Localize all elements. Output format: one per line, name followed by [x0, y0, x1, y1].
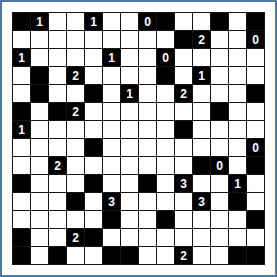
board-cell[interactable]: [67, 247, 84, 264]
board-cell[interactable]: [175, 49, 192, 66]
board-cell[interactable]: [49, 193, 66, 210]
board-cell[interactable]: [247, 49, 264, 66]
board-cell[interactable]: [139, 139, 156, 156]
board-cell[interactable]: [247, 229, 264, 246]
board-cell[interactable]: [157, 229, 174, 246]
board-cell[interactable]: [211, 139, 228, 156]
board-cell[interactable]: [229, 211, 246, 228]
wall-cell: [211, 13, 228, 30]
board-cell[interactable]: [49, 49, 66, 66]
board-cell[interactable]: [139, 229, 156, 246]
board-cell[interactable]: [175, 211, 192, 228]
board-cell[interactable]: [247, 67, 264, 84]
board-cell[interactable]: [211, 31, 228, 48]
wall-cell: [13, 175, 30, 192]
clue-number: 3: [108, 196, 115, 208]
board-cell[interactable]: [67, 157, 84, 174]
clue-cell: 0: [139, 13, 156, 30]
board-cell[interactable]: [211, 175, 228, 192]
board-cell[interactable]: [139, 103, 156, 120]
wall-cell: [193, 157, 210, 174]
wall-cell: [247, 13, 264, 30]
board-cell[interactable]: [157, 175, 174, 192]
board-cell[interactable]: [85, 49, 102, 66]
board-cell[interactable]: [31, 229, 48, 246]
clue-cell: 3: [103, 193, 120, 210]
board-cell[interactable]: [211, 211, 228, 228]
board-cell[interactable]: [229, 13, 246, 30]
board-cell[interactable]: [31, 247, 48, 264]
board-cell[interactable]: [247, 121, 264, 138]
wall-cell: [85, 139, 102, 156]
wall-cell: [49, 247, 66, 264]
board-cell[interactable]: [67, 13, 84, 30]
board-cell[interactable]: [229, 85, 246, 102]
board-cell[interactable]: [229, 103, 246, 120]
board-cell[interactable]: [67, 175, 84, 192]
wall-cell: [157, 211, 174, 228]
board-cell[interactable]: [103, 67, 120, 84]
wall-cell: [211, 103, 228, 120]
wall-cell: [157, 13, 174, 30]
wall-cell: [175, 31, 192, 48]
board-cell[interactable]: [193, 247, 210, 264]
board-cell[interactable]: [175, 139, 192, 156]
board-cell[interactable]: [103, 139, 120, 156]
board-cell[interactable]: [67, 121, 84, 138]
board-cell[interactable]: [31, 103, 48, 120]
board-cell[interactable]: [31, 211, 48, 228]
board-cell[interactable]: [139, 85, 156, 102]
board-cell[interactable]: [85, 121, 102, 138]
board-cell[interactable]: [49, 175, 66, 192]
board-cell[interactable]: [103, 85, 120, 102]
board-cell[interactable]: [121, 31, 138, 48]
board-cell[interactable]: [121, 13, 138, 30]
clue-cell: 0: [211, 157, 228, 174]
board-cell[interactable]: [193, 85, 210, 102]
board-cell[interactable]: [139, 193, 156, 210]
clue-number: 1: [36, 16, 43, 28]
clue-number: 1: [198, 70, 205, 82]
board-cell[interactable]: [103, 13, 120, 30]
clue-number: 0: [252, 34, 259, 46]
clue-cell: 1: [229, 175, 246, 192]
wall-cell: [13, 247, 30, 264]
board-cell[interactable]: [229, 139, 246, 156]
board-cell[interactable]: [193, 13, 210, 30]
clue-cell: 0: [247, 31, 264, 48]
clue-cell: 2: [67, 67, 84, 84]
board-cell[interactable]: [247, 193, 264, 210]
board-cell[interactable]: [193, 229, 210, 246]
board-cell[interactable]: [247, 103, 264, 120]
board-cell[interactable]: [175, 157, 192, 174]
board-cell[interactable]: [211, 247, 228, 264]
board-cell[interactable]: [31, 31, 48, 48]
clue-cell: 1: [193, 67, 210, 84]
board-cell[interactable]: [85, 247, 102, 264]
board-cell[interactable]: [157, 85, 174, 102]
board-cell[interactable]: [67, 85, 84, 102]
board-cell[interactable]: [139, 67, 156, 84]
board-cell[interactable]: [229, 67, 246, 84]
board-cell[interactable]: [85, 193, 102, 210]
wall-cell: [247, 247, 264, 264]
board-cell[interactable]: [121, 121, 138, 138]
wall-cell: [229, 193, 246, 210]
board-cell[interactable]: [13, 157, 30, 174]
clue-number: 1: [126, 88, 133, 100]
puzzle-board: 11020110211221020313322: [12, 12, 265, 265]
board-cell[interactable]: [31, 175, 48, 192]
wall-cell: [13, 229, 30, 246]
board-cell[interactable]: [121, 175, 138, 192]
wall-cell: [157, 67, 174, 84]
board-cell[interactable]: [157, 31, 174, 48]
board-cell[interactable]: [67, 49, 84, 66]
board-cell[interactable]: [49, 31, 66, 48]
board-cell[interactable]: [157, 121, 174, 138]
board-cell[interactable]: [13, 85, 30, 102]
board-cell[interactable]: [229, 229, 246, 246]
clue-cell: 2: [67, 229, 84, 246]
board-cell[interactable]: [31, 49, 48, 66]
board-cell[interactable]: [85, 31, 102, 48]
clue-cell: 2: [67, 103, 84, 120]
board-cell[interactable]: [193, 211, 210, 228]
board-cell[interactable]: [31, 121, 48, 138]
clue-cell: 1: [31, 13, 48, 30]
wall-cell: [13, 13, 30, 30]
board-cell[interactable]: [121, 103, 138, 120]
board-cell[interactable]: [211, 229, 228, 246]
wall-cell: [31, 67, 48, 84]
board-cell[interactable]: [49, 85, 66, 102]
board-cell[interactable]: [67, 211, 84, 228]
clue-cell: 0: [247, 139, 264, 156]
board-cell[interactable]: [175, 229, 192, 246]
board-cell[interactable]: [103, 229, 120, 246]
board-cell[interactable]: [103, 121, 120, 138]
wall-cell: [85, 175, 102, 192]
clue-cell: 2: [49, 157, 66, 174]
board-cell[interactable]: [121, 67, 138, 84]
clue-number: 1: [18, 124, 25, 136]
board-cell[interactable]: [13, 67, 30, 84]
board-cell[interactable]: [157, 103, 174, 120]
wall-cell: [139, 175, 156, 192]
board-cell[interactable]: [121, 211, 138, 228]
board-cell[interactable]: [211, 85, 228, 102]
clue-number: 2: [54, 160, 61, 172]
board-cell[interactable]: [175, 13, 192, 30]
wall-cell: [49, 103, 66, 120]
board-cell[interactable]: [49, 121, 66, 138]
clue-cell: 1: [85, 13, 102, 30]
clue-cell: 1: [13, 121, 30, 138]
board-cell[interactable]: [139, 49, 156, 66]
board-cell[interactable]: [85, 211, 102, 228]
wall-cell: [103, 211, 120, 228]
wall-cell: [229, 247, 246, 264]
board-cell[interactable]: [229, 157, 246, 174]
puzzle-frame: 11020110211221020313322: [0, 0, 277, 277]
board-cell[interactable]: [139, 211, 156, 228]
clue-number: 1: [108, 52, 115, 64]
board-cell[interactable]: [211, 193, 228, 210]
board-cell[interactable]: [229, 49, 246, 66]
board-cell[interactable]: [31, 139, 48, 156]
board-cell[interactable]: [67, 31, 84, 48]
clue-number: 2: [72, 106, 79, 118]
clue-number: 2: [180, 250, 187, 262]
clue-cell: 1: [103, 49, 120, 66]
board-cell[interactable]: [103, 175, 120, 192]
board-cell[interactable]: [85, 67, 102, 84]
board-cell[interactable]: [103, 31, 120, 48]
board-cell[interactable]: [175, 67, 192, 84]
wall-cell: [13, 103, 30, 120]
board-cell[interactable]: [13, 211, 30, 228]
wall-cell: [247, 211, 264, 228]
clue-cell: 1: [121, 85, 138, 102]
board-cell[interactable]: [67, 139, 84, 156]
board-cell[interactable]: [175, 193, 192, 210]
wall-cell: [67, 193, 84, 210]
board-cell[interactable]: [85, 103, 102, 120]
clue-cell: 2: [193, 31, 210, 48]
board-cell[interactable]: [193, 103, 210, 120]
board-cell[interactable]: [139, 247, 156, 264]
board-cell[interactable]: [139, 121, 156, 138]
clue-number: 0: [144, 16, 151, 28]
clue-cell: 3: [175, 175, 192, 192]
clue-number: 1: [18, 52, 25, 64]
board-cell[interactable]: [157, 139, 174, 156]
board-cell[interactable]: [49, 211, 66, 228]
board-cell[interactable]: [229, 31, 246, 48]
clue-number: 0: [252, 142, 259, 154]
board-cell[interactable]: [157, 247, 174, 264]
board-cell[interactable]: [103, 157, 120, 174]
board-cell[interactable]: [13, 31, 30, 48]
board-cell[interactable]: [211, 121, 228, 138]
clue-number: 2: [72, 232, 79, 244]
board-cell[interactable]: [103, 103, 120, 120]
board-cell[interactable]: [49, 13, 66, 30]
clue-cell: 1: [13, 49, 30, 66]
board-cell[interactable]: [13, 193, 30, 210]
clue-number: 3: [198, 196, 205, 208]
wall-cell: [175, 121, 192, 138]
board-cell[interactable]: [121, 193, 138, 210]
board-cell[interactable]: [193, 121, 210, 138]
wall-cell: [247, 85, 264, 102]
board-cell[interactable]: [139, 31, 156, 48]
board-cell[interactable]: [193, 139, 210, 156]
clue-number: 1: [234, 178, 241, 190]
board-cell[interactable]: [193, 49, 210, 66]
wall-cell: [31, 85, 48, 102]
board-cell[interactable]: [139, 157, 156, 174]
clue-number: 2: [72, 70, 79, 82]
clue-cell: 0: [157, 49, 174, 66]
board-cell[interactable]: [247, 175, 264, 192]
board-cell[interactable]: [49, 67, 66, 84]
board-cell[interactable]: [157, 157, 174, 174]
clue-cell: 2: [175, 247, 192, 264]
board-cell[interactable]: [49, 229, 66, 246]
wall-cell: [85, 229, 102, 246]
board-cell[interactable]: [157, 193, 174, 210]
board-cell[interactable]: [13, 139, 30, 156]
clue-cell: 2: [175, 85, 192, 102]
board-cell[interactable]: [175, 103, 192, 120]
clue-number: 1: [90, 16, 97, 28]
board-cell[interactable]: [49, 139, 66, 156]
clue-cell: 3: [193, 193, 210, 210]
wall-cell: [121, 247, 138, 264]
board-cell[interactable]: [121, 157, 138, 174]
board-cell[interactable]: [121, 139, 138, 156]
clue-number: 2: [198, 34, 205, 46]
board-cell[interactable]: [211, 67, 228, 84]
board-cell[interactable]: [31, 193, 48, 210]
wall-cell: [103, 247, 120, 264]
board-cell[interactable]: [193, 175, 210, 192]
wall-cell: [247, 157, 264, 174]
board-cell[interactable]: [229, 121, 246, 138]
clue-number: 3: [180, 178, 187, 190]
clue-number: 0: [162, 52, 169, 64]
clue-number: 2: [180, 88, 187, 100]
board-cell[interactable]: [121, 229, 138, 246]
board-cell[interactable]: [31, 157, 48, 174]
board-cell[interactable]: [211, 49, 228, 66]
board-cell[interactable]: [85, 157, 102, 174]
board-cell[interactable]: [121, 49, 138, 66]
wall-cell: [85, 85, 102, 102]
clue-number: 0: [216, 160, 223, 172]
